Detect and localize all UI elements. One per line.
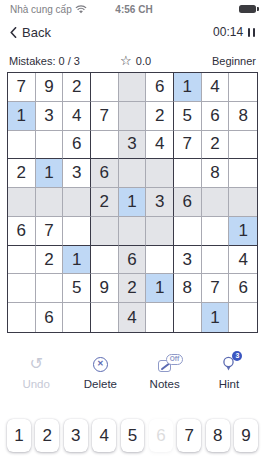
- delete-button[interactable]: ✕ Delete: [71, 349, 129, 390]
- cell-r4c9[interactable]: [229, 159, 257, 188]
- undo-icon: ↺: [29, 356, 42, 372]
- cell-r2c8[interactable]: 6: [202, 102, 230, 131]
- cell-r8c7[interactable]: 8: [174, 274, 202, 303]
- status-bar: Nhà cung cấp 4:56 CH: [0, 0, 265, 18]
- cell-r4c8[interactable]: 8: [202, 159, 230, 188]
- status-time: 4:56 CH: [115, 4, 152, 15]
- numpad-key-2[interactable]: 2: [35, 419, 59, 452]
- cell-r2c4[interactable]: 7: [91, 102, 119, 131]
- cell-r9c6[interactable]: [146, 303, 174, 332]
- cell-r8c4[interactable]: 9: [91, 274, 119, 303]
- difficulty-label: Beginner: [212, 55, 256, 67]
- cell-r1c7[interactable]: 1: [174, 73, 202, 102]
- cell-r9c1[interactable]: [8, 303, 36, 332]
- cell-r1c3[interactable]: 2: [63, 73, 91, 102]
- cell-r4c6[interactable]: [146, 159, 174, 188]
- cell-r3c8[interactable]: 2: [202, 131, 230, 160]
- info-row: Mistakes: 0 / 3 ☆ 0.0 Beginner: [9, 53, 256, 68]
- cell-r7c9[interactable]: 4: [229, 246, 257, 275]
- pause-icon[interactable]: [248, 28, 255, 37]
- back-button[interactable]: Back: [10, 25, 51, 40]
- carrier-group: Nhà cung cấp: [10, 4, 87, 15]
- cell-r5c1[interactable]: [8, 188, 36, 217]
- cell-r3c6[interactable]: 4: [146, 131, 174, 160]
- delete-label: Delete: [84, 378, 117, 390]
- cell-r6c1[interactable]: 6: [8, 217, 36, 246]
- cell-r2c5[interactable]: [119, 102, 147, 131]
- delete-icon: ✕: [93, 357, 108, 372]
- number-pad: 123456789: [7, 419, 258, 452]
- cell-r3c2[interactable]: [36, 131, 64, 160]
- cell-r5c8[interactable]: [202, 188, 230, 217]
- sudoku-board: 7926141347256863472213682136671216345921…: [7, 72, 258, 333]
- score-value: 0.0: [136, 55, 151, 67]
- cell-r6c9[interactable]: 1: [229, 217, 257, 246]
- undo-button[interactable]: ↺ Undo: [7, 349, 65, 390]
- cell-r9c9[interactable]: [229, 303, 257, 332]
- cell-r8c8[interactable]: 7: [202, 274, 230, 303]
- cell-r6c4[interactable]: [91, 217, 119, 246]
- cell-r7c1[interactable]: [8, 246, 36, 275]
- cell-r1c8[interactable]: 4: [202, 73, 230, 102]
- cell-r9c4[interactable]: [91, 303, 119, 332]
- cell-r6c5[interactable]: [119, 217, 147, 246]
- cell-r5c7[interactable]: 6: [174, 188, 202, 217]
- cell-r9c8[interactable]: 1: [202, 303, 230, 332]
- notes-button[interactable]: Off Notes: [136, 349, 194, 390]
- cell-r4c3[interactable]: 3: [63, 159, 91, 188]
- hint-count-badge: 3: [232, 351, 242, 361]
- cell-r1c5[interactable]: [119, 73, 147, 102]
- cell-r1c1[interactable]: 7: [8, 73, 36, 102]
- cell-r8c1[interactable]: [8, 274, 36, 303]
- numpad-key-7[interactable]: 7: [177, 419, 201, 452]
- cell-r3c4[interactable]: [91, 131, 119, 160]
- cell-r4c4[interactable]: 6: [91, 159, 119, 188]
- numpad-key-4[interactable]: 4: [92, 419, 116, 452]
- cell-r3c3[interactable]: 6: [63, 131, 91, 160]
- toolbar: ↺ Undo ✕ Delete Off Notes 3: [4, 349, 261, 399]
- hint-button[interactable]: 3 Hint: [200, 349, 258, 390]
- cell-r4c7[interactable]: [174, 159, 202, 188]
- star-outline-icon: ☆: [120, 55, 132, 66]
- hint-label: Hint: [219, 378, 239, 390]
- numpad-key-9[interactable]: 9: [234, 419, 258, 452]
- cell-r7c2[interactable]: 2: [36, 246, 64, 275]
- cell-r5c5[interactable]: 1: [119, 188, 147, 217]
- numpad-key-6[interactable]: 6: [149, 419, 173, 452]
- cell-r5c6[interactable]: 3: [146, 188, 174, 217]
- notes-off-badge: Off: [166, 354, 183, 365]
- cell-r5c9[interactable]: [229, 188, 257, 217]
- cell-r4c2[interactable]: 1: [36, 159, 64, 188]
- cell-r2c2[interactable]: 3: [36, 102, 64, 131]
- score-group: ☆ 0.0: [120, 55, 151, 67]
- cell-r1c9[interactable]: [229, 73, 257, 102]
- cell-r8c3[interactable]: 5: [63, 274, 91, 303]
- numpad-key-3[interactable]: 3: [64, 419, 88, 452]
- cell-r8c2[interactable]: [36, 274, 64, 303]
- back-label: Back: [22, 25, 51, 40]
- cell-r8c6[interactable]: 1: [146, 274, 174, 303]
- cell-r8c5[interactable]: 2: [119, 274, 147, 303]
- cell-r5c2[interactable]: [36, 188, 64, 217]
- cell-r7c7[interactable]: 3: [174, 246, 202, 275]
- cell-r9c2[interactable]: 6: [36, 303, 64, 332]
- timer-value: 00:14: [213, 25, 243, 39]
- chevron-left-icon: [10, 27, 17, 38]
- undo-label: Undo: [22, 378, 50, 390]
- carrier-label: Nhà cung cấp: [10, 4, 72, 15]
- cell-r7c3[interactable]: 1: [63, 246, 91, 275]
- wifi-icon: [75, 5, 87, 14]
- mistakes-counter: Mistakes: 0 / 3: [9, 55, 80, 67]
- cell-r7c6[interactable]: [146, 246, 174, 275]
- cell-r5c4[interactable]: 2: [91, 188, 119, 217]
- cell-r2c6[interactable]: 2: [146, 102, 174, 131]
- cell-r6c3[interactable]: [63, 217, 91, 246]
- cell-r6c2[interactable]: 7: [36, 217, 64, 246]
- timer-group: 00:14: [213, 25, 255, 39]
- cell-r1c4[interactable]: [91, 73, 119, 102]
- cell-r9c5[interactable]: 4: [119, 303, 147, 332]
- cell-r3c5[interactable]: 3: [119, 131, 147, 160]
- cell-r2c7[interactable]: 5: [174, 102, 202, 131]
- cell-r1c6[interactable]: 6: [146, 73, 174, 102]
- cell-r2c3[interactable]: 4: [63, 102, 91, 131]
- cell-r6c8[interactable]: [202, 217, 230, 246]
- cell-r7c5[interactable]: 6: [119, 246, 147, 275]
- sudoku-app-screen: Nhà cung cấp 4:56 CH Back 00:14 Mistakes…: [0, 0, 265, 471]
- cell-r6c6[interactable]: [146, 217, 174, 246]
- battery-full-icon: [239, 5, 256, 13]
- cell-r1c2[interactable]: 9: [36, 73, 64, 102]
- cell-r4c5[interactable]: [119, 159, 147, 188]
- numpad-key-1[interactable]: 1: [7, 419, 31, 452]
- nav-bar: Back 00:14: [0, 22, 265, 42]
- cell-r7c8[interactable]: [202, 246, 230, 275]
- cell-r3c7[interactable]: 7: [174, 131, 202, 160]
- cell-r5c3[interactable]: [63, 188, 91, 217]
- cell-r3c1[interactable]: [8, 131, 36, 160]
- cell-r6c7[interactable]: [174, 217, 202, 246]
- cell-r9c3[interactable]: [63, 303, 91, 332]
- cell-r2c1[interactable]: 1: [8, 102, 36, 131]
- cell-r8c9[interactable]: 6: [229, 274, 257, 303]
- numpad-key-5[interactable]: 5: [121, 419, 145, 452]
- cell-r4c1[interactable]: 2: [8, 159, 36, 188]
- notes-label: Notes: [150, 378, 180, 390]
- cell-r9c7[interactable]: [174, 303, 202, 332]
- notes-icon: Off: [158, 360, 171, 372]
- cell-r3c9[interactable]: [229, 131, 257, 160]
- cell-r7c4[interactable]: [91, 246, 119, 275]
- numpad-key-8[interactable]: 8: [206, 419, 230, 452]
- cell-r2c9[interactable]: 8: [229, 102, 257, 131]
